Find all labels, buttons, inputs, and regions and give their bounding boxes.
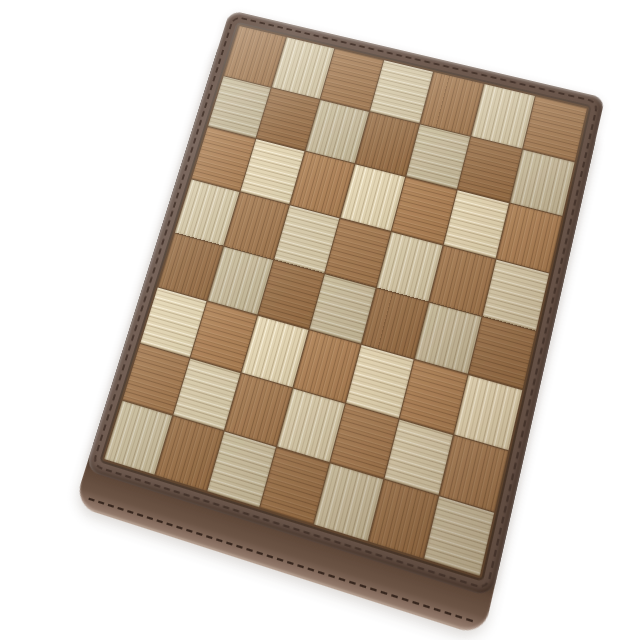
checkerboard-inlay — [102, 24, 590, 579]
product-photo-scene — [0, 0, 640, 640]
